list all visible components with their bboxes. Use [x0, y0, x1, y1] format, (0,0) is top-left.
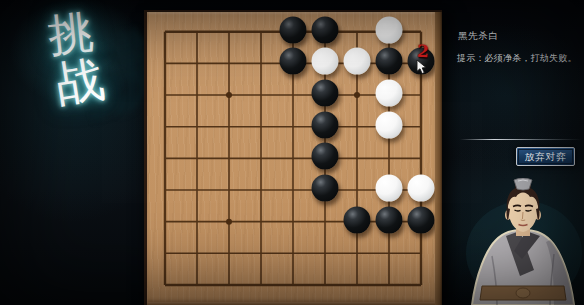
intersection[interactable] — [149, 174, 181, 206]
intersection[interactable] — [277, 79, 309, 111]
intersection[interactable] — [213, 79, 245, 111]
intersection[interactable] — [373, 48, 405, 80]
intersection[interactable] — [309, 111, 341, 143]
intersection[interactable] — [277, 143, 309, 175]
go-board: 2 — [144, 10, 442, 305]
intersection[interactable] — [213, 174, 245, 206]
intersection[interactable] — [341, 143, 373, 175]
pointer-cursor-icon — [416, 60, 429, 75]
intersection[interactable] — [277, 269, 309, 301]
intersection[interactable] — [373, 237, 405, 269]
intersection[interactable] — [277, 48, 309, 80]
intersection[interactable] — [245, 16, 277, 48]
intersection[interactable] — [341, 269, 373, 301]
hint-text: 提示：必须净杀，打劫失败。 — [457, 52, 577, 65]
board-edge-right — [435, 12, 442, 305]
white-stone — [376, 175, 403, 202]
intersection[interactable] — [181, 143, 213, 175]
intersection[interactable] — [149, 48, 181, 80]
intersection[interactable] — [405, 206, 437, 238]
sash-knot — [516, 288, 530, 298]
intersection[interactable] — [181, 206, 213, 238]
intersection[interactable] — [149, 206, 181, 238]
intersection[interactable] — [309, 16, 341, 48]
intersection[interactable] — [405, 111, 437, 143]
intersection[interactable] — [373, 143, 405, 175]
intersection[interactable] — [309, 143, 341, 175]
intersection[interactable] — [277, 16, 309, 48]
white-stone — [376, 16, 403, 43]
intersection[interactable] — [149, 143, 181, 175]
intersection[interactable] — [181, 79, 213, 111]
game-screen: 挑战 挑 战 2 黑先杀白 提示：必须净杀，打劫失败。 放弃对弈 — [0, 0, 584, 305]
intersection[interactable] — [245, 269, 277, 301]
intersection[interactable] — [373, 79, 405, 111]
intersection[interactable] — [373, 269, 405, 301]
intersection[interactable] — [245, 79, 277, 111]
black-stone — [312, 80, 339, 107]
intersection[interactable] — [405, 174, 437, 206]
white-stone — [344, 48, 371, 75]
intersection[interactable] — [245, 206, 277, 238]
section-divider — [460, 139, 582, 140]
intersection[interactable] — [309, 174, 341, 206]
black-stone — [344, 206, 371, 233]
intersection[interactable] — [149, 16, 181, 48]
intersection[interactable] — [213, 48, 245, 80]
intersection[interactable] — [373, 16, 405, 48]
black-stone — [312, 111, 339, 138]
intersection[interactable] — [405, 237, 437, 269]
challenge-banner: 挑战 挑 战 — [14, 0, 144, 175]
intersection[interactable] — [309, 48, 341, 80]
black-stone — [312, 16, 339, 43]
white-stone — [312, 48, 339, 75]
intersection[interactable] — [181, 16, 213, 48]
white-stone — [376, 111, 403, 138]
intersection[interactable] — [149, 111, 181, 143]
objective-text: 黑先杀白 — [458, 30, 498, 43]
intersection[interactable] — [277, 237, 309, 269]
intersection[interactable] — [405, 79, 437, 111]
resign-button[interactable]: 放弃对弈 — [516, 147, 575, 166]
intersection[interactable] — [181, 237, 213, 269]
intersection[interactable] — [373, 206, 405, 238]
intersection[interactable] — [213, 111, 245, 143]
black-stone — [312, 175, 339, 202]
intersection[interactable] — [341, 174, 373, 206]
intersection[interactable] — [245, 111, 277, 143]
intersection[interactable] — [213, 143, 245, 175]
intersection[interactable] — [181, 174, 213, 206]
intersection[interactable] — [341, 111, 373, 143]
intersection[interactable] — [245, 48, 277, 80]
intersection[interactable] — [181, 48, 213, 80]
intersection[interactable] — [405, 143, 437, 175]
npc-portrait — [462, 178, 584, 305]
black-stone — [280, 16, 307, 43]
intersection[interactable] — [277, 174, 309, 206]
intersection[interactable] — [149, 237, 181, 269]
intersection[interactable] — [309, 79, 341, 111]
intersection[interactable] — [341, 79, 373, 111]
intersection[interactable] — [181, 111, 213, 143]
go-board-face: 2 — [147, 12, 435, 302]
black-stone — [312, 143, 339, 170]
intersection[interactable] — [405, 269, 437, 301]
challenge-char-bottom: 战 — [51, 47, 108, 118]
last-move-number: 2 — [416, 40, 429, 61]
intersection[interactable] — [181, 269, 213, 301]
black-stone — [408, 206, 435, 233]
intersection[interactable] — [149, 79, 181, 111]
white-stone — [408, 175, 435, 202]
intersection[interactable] — [341, 206, 373, 238]
go-board-grid: 2 — [149, 16, 437, 301]
intersection[interactable] — [341, 237, 373, 269]
intersection[interactable] — [373, 174, 405, 206]
intersection[interactable] — [309, 237, 341, 269]
black-stone — [376, 48, 403, 75]
intersection[interactable] — [245, 143, 277, 175]
intersection[interactable] — [213, 206, 245, 238]
intersection[interactable] — [213, 269, 245, 301]
white-stone — [376, 80, 403, 107]
intersection[interactable] — [277, 206, 309, 238]
intersection[interactable] — [213, 237, 245, 269]
intersection[interactable] — [277, 111, 309, 143]
intersection[interactable] — [341, 16, 373, 48]
intersection[interactable] — [309, 269, 341, 301]
intersection[interactable] — [373, 111, 405, 143]
intersection[interactable] — [149, 269, 181, 301]
intersection[interactable] — [213, 16, 245, 48]
intersection[interactable] — [245, 237, 277, 269]
black-stone — [376, 206, 403, 233]
intersection[interactable] — [341, 48, 373, 80]
intersection[interactable] — [309, 206, 341, 238]
black-stone — [280, 48, 307, 75]
intersection[interactable] — [245, 174, 277, 206]
